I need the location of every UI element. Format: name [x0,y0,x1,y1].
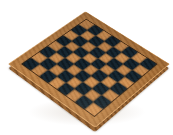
board-square[interactable] [91,70,108,82]
board-square[interactable] [84,89,102,102]
board-square[interactable] [125,70,142,82]
board-square[interactable] [66,89,84,102]
board-square[interactable] [82,64,99,76]
board-grid [21,19,158,117]
board-square[interactable] [92,82,109,95]
board-square[interactable] [57,70,74,82]
board-square[interactable] [108,70,125,82]
board-square[interactable] [39,70,56,83]
board-square[interactable] [100,76,117,89]
board-square[interactable] [101,89,118,102]
board-square[interactable] [22,58,39,70]
photo-background [0,0,173,135]
board-square[interactable] [74,70,91,82]
board-square[interactable] [57,83,75,96]
chessboard [8,11,170,128]
board-square[interactable] [117,76,134,89]
board-square[interactable] [109,82,126,95]
scene [0,0,173,135]
board-square[interactable] [85,102,103,116]
board-square[interactable] [93,95,111,108]
board-square[interactable] [48,76,65,89]
board-frame [8,11,170,128]
board-square[interactable] [75,95,93,109]
board-square[interactable] [48,64,65,76]
board-square[interactable] [65,64,82,76]
board-square[interactable] [31,64,48,76]
board-square[interactable] [66,76,83,89]
board-square[interactable] [75,83,92,96]
board-square[interactable] [83,76,100,89]
